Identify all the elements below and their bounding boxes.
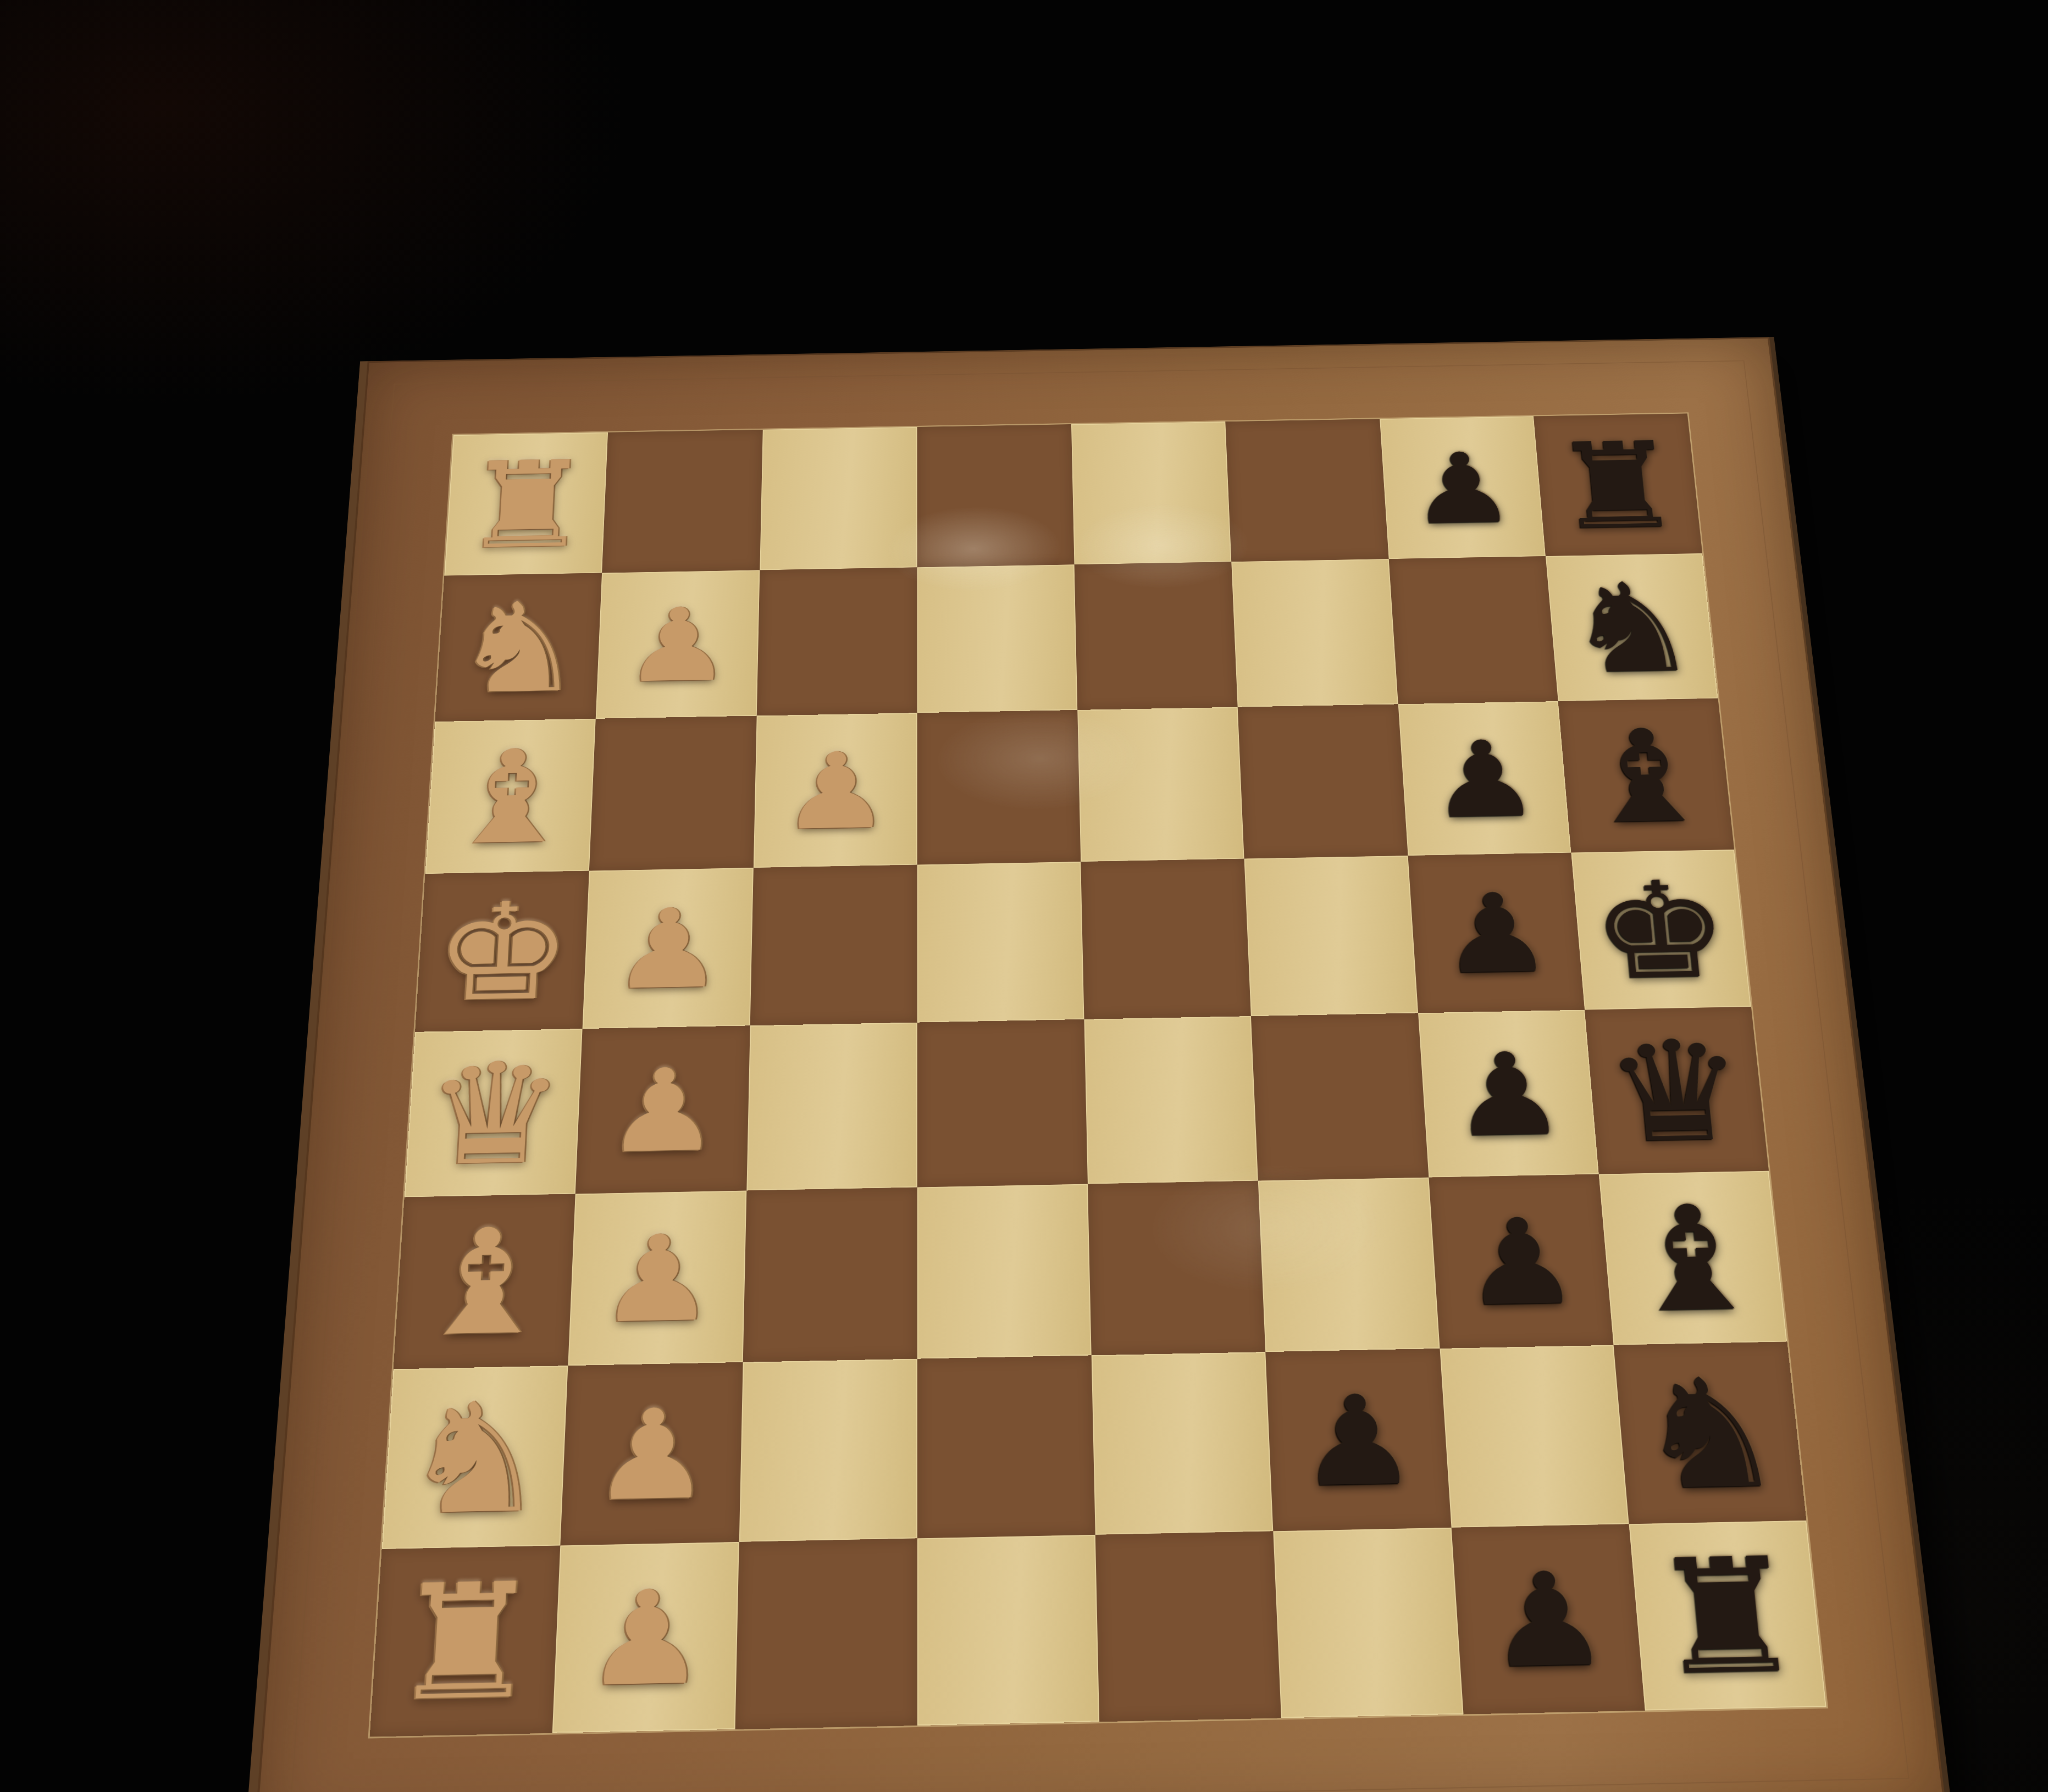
square-e6[interactable] [1244, 856, 1418, 1016]
white-pawn-c2[interactable]: ♟ [568, 1197, 746, 1363]
white-rook-a1[interactable]: ♜ [370, 1553, 560, 1734]
square-d8[interactable]: ♛ [1585, 1007, 1769, 1174]
square-e5[interactable] [1081, 858, 1251, 1019]
white-bishop-c1[interactable]: ♝ [394, 1201, 575, 1366]
square-a7[interactable]: ♟ [1451, 1524, 1645, 1715]
square-b6[interactable]: ♟ [1265, 1349, 1451, 1531]
square-e7[interactable]: ♟ [1408, 852, 1585, 1013]
square-h4[interactable] [917, 424, 1074, 567]
square-c6[interactable] [1258, 1177, 1440, 1352]
square-c8[interactable]: ♝ [1599, 1170, 1787, 1345]
black-knight-b8[interactable]: ♞ [1614, 1349, 1806, 1521]
square-a6[interactable] [1274, 1527, 1464, 1718]
square-a3[interactable] [735, 1538, 917, 1729]
white-pawn-g2[interactable]: ♟ [596, 576, 760, 716]
square-a2[interactable]: ♟ [552, 1541, 739, 1733]
square-e4[interactable] [917, 862, 1084, 1023]
square-a8[interactable]: ♜ [1629, 1520, 1826, 1710]
black-bishop-c8[interactable]: ♝ [1599, 1178, 1787, 1342]
square-c2[interactable]: ♟ [568, 1190, 746, 1366]
square-d1[interactable]: ♛ [405, 1029, 583, 1197]
square-f1[interactable]: ♝ [425, 719, 596, 874]
square-e1[interactable]: ♚ [415, 870, 589, 1032]
square-d2[interactable]: ♟ [575, 1025, 750, 1194]
square-d3[interactable] [746, 1023, 917, 1191]
square-e8[interactable]: ♚ [1571, 850, 1751, 1010]
black-pawn-f7[interactable]: ♟ [1398, 707, 1571, 853]
board-frame: ♜♟♜♞♟♞♝♟♟♝♚♟♟♚♛♟♟♛♝♟♟♝♞♟♟♞♜♟♟♜ [243, 337, 1955, 1792]
square-d7[interactable]: ♟ [1418, 1010, 1599, 1178]
square-g1[interactable]: ♞ [435, 573, 602, 722]
black-pawn-h7[interactable]: ♟ [1380, 422, 1545, 557]
square-b3[interactable] [739, 1359, 917, 1542]
black-rook-a8[interactable]: ♜ [1630, 1528, 1826, 1707]
square-f2[interactable] [589, 716, 756, 871]
square-b1[interactable]: ♞ [382, 1366, 568, 1549]
square-h3[interactable] [760, 427, 917, 570]
white-pawn-f3[interactable]: ♟ [753, 719, 917, 864]
square-e2[interactable]: ♟ [583, 868, 754, 1029]
black-pawn-e7[interactable]: ♟ [1408, 859, 1585, 1011]
square-h7[interactable]: ♟ [1380, 416, 1546, 558]
black-knight-g8[interactable]: ♞ [1546, 559, 1718, 698]
square-h1[interactable]: ♜ [444, 432, 608, 576]
white-pawn-b2[interactable]: ♟ [561, 1369, 743, 1542]
square-c4[interactable] [917, 1184, 1092, 1358]
square-d6[interactable] [1251, 1013, 1429, 1180]
white-bishop-f1[interactable]: ♝ [425, 725, 596, 871]
square-a1[interactable]: ♜ [370, 1545, 561, 1736]
square-b4[interactable] [917, 1355, 1095, 1538]
white-knight-g1[interactable]: ♞ [435, 579, 602, 719]
white-rook-h1[interactable]: ♜ [445, 438, 608, 573]
square-g2[interactable]: ♟ [596, 570, 760, 719]
square-f4[interactable] [917, 710, 1081, 864]
square-h2[interactable] [602, 430, 762, 573]
black-pawn-a7[interactable]: ♟ [1452, 1532, 1645, 1711]
white-pawn-a2[interactable]: ♟ [552, 1549, 739, 1729]
white-knight-b1[interactable]: ♞ [382, 1373, 568, 1545]
black-king-e8[interactable]: ♚ [1571, 856, 1751, 1007]
square-f7[interactable]: ♟ [1398, 701, 1571, 856]
chess-board: ♜♟♜♞♟♞♝♟♟♝♚♟♟♚♛♟♟♛♝♟♟♝♞♟♟♞♜♟♟♜ [370, 414, 1826, 1737]
black-pawn-d7[interactable]: ♟ [1418, 1017, 1598, 1174]
white-pawn-e2[interactable]: ♟ [583, 874, 753, 1026]
square-b5[interactable] [1092, 1352, 1274, 1534]
square-c5[interactable] [1088, 1180, 1266, 1355]
square-f3[interactable]: ♟ [753, 713, 917, 867]
board-perspective-wrapper: ♜♟♜♞♟♞♝♟♟♝♚♟♟♚♛♟♟♛♝♟♟♝♞♟♟♞♜♟♟♜ [243, 337, 1955, 1792]
white-queen-d1[interactable]: ♛ [405, 1035, 582, 1194]
square-h5[interactable] [1071, 421, 1231, 564]
square-a4[interactable] [917, 1534, 1099, 1726]
square-h8[interactable]: ♜ [1534, 414, 1702, 556]
square-e3[interactable] [750, 864, 917, 1025]
square-b7[interactable] [1440, 1345, 1629, 1528]
square-g5[interactable] [1075, 562, 1238, 710]
square-b2[interactable]: ♟ [561, 1362, 743, 1545]
square-f6[interactable] [1238, 704, 1408, 858]
square-d4[interactable] [917, 1019, 1087, 1187]
square-c3[interactable] [743, 1187, 917, 1362]
square-g4[interactable] [917, 564, 1077, 713]
white-pawn-d2[interactable]: ♟ [575, 1032, 750, 1190]
square-f5[interactable] [1077, 707, 1244, 862]
square-a5[interactable] [1095, 1531, 1281, 1722]
square-b8[interactable]: ♞ [1613, 1341, 1806, 1523]
square-f8[interactable]: ♝ [1558, 698, 1734, 852]
photo-background: ♜♟♜♞♟♞♝♟♟♝♚♟♟♚♛♟♟♛♝♟♟♝♞♟♟♞♜♟♟♜ [0, 0, 2048, 1792]
square-c1[interactable]: ♝ [394, 1194, 575, 1369]
square-d5[interactable] [1084, 1016, 1258, 1184]
square-g3[interactable] [756, 567, 917, 715]
square-h6[interactable] [1225, 419, 1388, 562]
square-c7[interactable]: ♟ [1429, 1174, 1613, 1349]
black-pawn-b6[interactable]: ♟ [1266, 1356, 1451, 1528]
white-king-e1[interactable]: ♚ [415, 877, 589, 1029]
black-queen-d8[interactable]: ♛ [1585, 1013, 1768, 1171]
square-g7[interactable] [1388, 556, 1558, 704]
black-rook-h8[interactable]: ♜ [1534, 419, 1702, 553]
square-g6[interactable] [1231, 559, 1398, 707]
black-bishop-f8[interactable]: ♝ [1558, 704, 1734, 850]
black-pawn-c7[interactable]: ♟ [1429, 1181, 1613, 1346]
square-g8[interactable]: ♞ [1546, 553, 1718, 701]
